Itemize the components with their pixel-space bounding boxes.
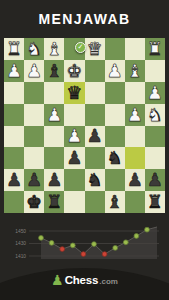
white-knight: ♞ [26,40,42,58]
square-e8[interactable] [64,191,84,213]
square-c4[interactable] [105,104,125,126]
black-bishop: ♝ [107,193,123,211]
square-a5[interactable] [145,126,165,148]
share-card: MENJAWAB ♜♞♝♛♜♟♟♝♚♟♝♛♟♟♟♞♟♟♟♞♟♟♟♞♟♟♚♜♝♜ … [0,0,169,300]
square-b5[interactable] [125,126,145,148]
logo-text: Chess [65,274,99,286]
square-g8[interactable]: ♚ [24,191,44,213]
square-h6[interactable] [4,147,24,169]
black-pawn: ♟ [26,171,42,189]
footer: ♟ Chess .com [0,255,169,300]
black-pawn: ♟ [6,171,22,189]
pawn-logo-icon: ♟ [51,272,64,288]
black-pawn: ♟ [86,127,102,145]
white-pawn: ♟ [26,62,42,80]
square-e6[interactable]: ♟ [64,147,84,169]
square-d6[interactable] [85,147,105,169]
correct-move-badge: ✓ [75,42,86,53]
white-knight: ♞ [147,106,163,124]
white-bishop: ♝ [46,40,62,58]
square-d5[interactable]: ♟ [85,126,105,148]
game-dot-win [113,246,118,251]
black-pawn: ♟ [46,171,62,189]
square-e2[interactable]: ♚ [64,60,84,82]
white-pawn: ♟ [66,127,82,145]
square-g3[interactable] [24,82,44,104]
logo-suffix: .com [99,277,118,286]
square-g4[interactable] [24,104,44,126]
game-dot-loss [60,247,65,252]
square-g2[interactable]: ♟ [24,60,44,82]
square-a2[interactable] [145,60,165,82]
black-knight: ♞ [86,171,102,189]
square-a7[interactable]: ♟ [145,169,165,191]
square-e4[interactable] [64,104,84,126]
square-g1[interactable]: ♞ [24,38,44,60]
square-f3[interactable] [44,82,64,104]
black-rook: ♜ [147,193,163,211]
game-dot-win [92,242,97,247]
square-h3[interactable] [4,82,24,104]
header: MENJAWAB [0,0,169,38]
square-b6[interactable] [125,147,145,169]
square-d1[interactable]: ♛ [85,38,105,60]
black-king: ♚ [26,193,42,211]
square-b8[interactable] [125,191,145,213]
square-a1[interactable]: ♜ [145,38,165,60]
white-king: ♚ [66,62,82,80]
square-e3[interactable]: ♛ [64,82,84,104]
white-queen: ♛ [86,40,102,58]
square-d7[interactable]: ♞ [85,169,105,191]
game-dot-win [123,240,128,245]
game-dot-win [39,236,44,241]
square-a8[interactable]: ♜ [145,191,165,213]
square-a3[interactable]: ♟ [145,82,165,104]
square-f5[interactable] [44,126,64,148]
square-c7[interactable] [105,169,125,191]
square-h1[interactable]: ♜ [4,38,24,60]
black-knight: ♞ [107,149,123,167]
square-f8[interactable]: ♜ [44,191,64,213]
black-pawn: ♟ [147,171,163,189]
square-f6[interactable] [44,147,64,169]
page-title: MENJAWAB [38,11,130,27]
white-pawn: ♟ [46,106,62,124]
square-h8[interactable] [4,191,24,213]
square-b7[interactable]: ♟ [125,169,145,191]
square-c6[interactable]: ♞ [105,147,125,169]
white-rook: ♜ [6,40,22,58]
white-pawn: ♟ [147,84,163,102]
y-tick-label: 1430 [15,241,26,246]
square-b2[interactable]: ♝ [125,60,145,82]
square-a4[interactable]: ♞ [145,104,165,126]
square-c2[interactable]: ♟ [105,60,125,82]
white-bishop: ♝ [127,62,143,80]
y-tick-label: 1450 [15,229,26,234]
square-d4[interactable] [85,104,105,126]
black-pawn: ♟ [127,171,143,189]
square-d2[interactable] [85,60,105,82]
black-rook: ♜ [46,193,62,211]
black-queen: ♛ [66,84,82,102]
game-dot-win [145,227,150,232]
square-c1[interactable] [105,38,125,60]
square-h5[interactable] [4,126,24,148]
white-pawn: ♟ [6,62,22,80]
game-dot-win [70,243,75,248]
square-h4[interactable] [4,104,24,126]
square-h2[interactable]: ♟ [4,60,24,82]
square-h7[interactable]: ♟ [4,169,24,191]
square-d8[interactable] [85,191,105,213]
square-g7[interactable]: ♟ [24,169,44,191]
black-bishop: ♝ [46,62,62,80]
chess-board: ♜♞♝♛♜♟♟♝♚♟♝♛♟♟♟♞♟♟♟♞♟♟♟♞♟♟♚♜♝♜ [4,38,165,213]
square-f2[interactable]: ♝ [44,60,64,82]
white-rook: ♜ [147,40,163,58]
black-pawn: ♟ [66,149,82,167]
square-b4[interactable]: ♟ [125,104,145,126]
white-pawn: ♟ [127,106,143,124]
game-dot-win [49,241,54,246]
square-g6[interactable] [24,147,44,169]
square-a6[interactable] [145,147,165,169]
chesscom-logo: ♟ Chess .com [0,271,169,287]
square-e5[interactable]: ♟ [64,126,84,148]
white-pawn: ♟ [107,62,123,80]
checkmark-icon: ✓ [78,44,84,51]
game-dot-win [134,234,139,239]
square-f4[interactable]: ♟ [44,104,64,126]
square-c3[interactable] [105,82,125,104]
square-f1[interactable]: ♝ [44,38,64,60]
square-d3[interactable] [85,82,105,104]
square-c5[interactable] [105,126,125,148]
square-g5[interactable] [24,126,44,148]
square-c8[interactable]: ♝ [105,191,125,213]
square-b1[interactable] [125,38,145,60]
square-f7[interactable]: ♟ [44,169,64,191]
square-b3[interactable] [125,82,145,104]
square-e7[interactable] [64,169,84,191]
